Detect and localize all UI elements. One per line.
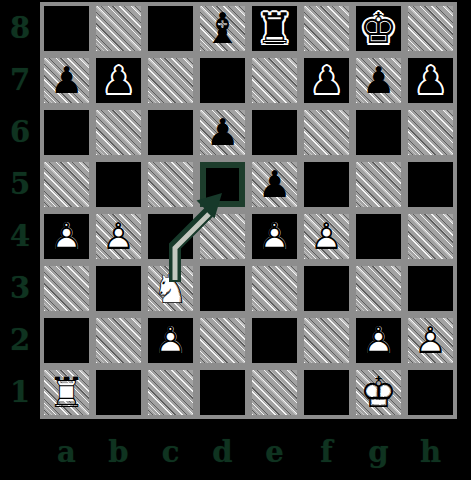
square-f1[interactable] xyxy=(304,370,349,415)
square-h5[interactable] xyxy=(408,162,453,207)
file-labels: abcdefgh xyxy=(40,426,457,478)
square-e7[interactable] xyxy=(252,58,297,103)
file-label-f: f xyxy=(320,438,332,467)
white-pawn: ♟♙ xyxy=(44,214,89,259)
square-g3[interactable] xyxy=(356,266,401,311)
black-king: ♚ xyxy=(356,6,401,51)
black-pawn: ♟ xyxy=(304,58,349,103)
white-pawn: ♟♙ xyxy=(356,318,401,363)
square-a1[interactable]: ♜♖ xyxy=(44,370,89,415)
rank-label-3: 3 xyxy=(10,274,30,303)
square-g8[interactable]: ♚ xyxy=(356,6,401,51)
rank-label-2: 2 xyxy=(10,326,30,355)
square-b7[interactable]: ♟ xyxy=(96,58,141,103)
file-label-e: e xyxy=(265,438,283,467)
square-c3[interactable]: ♞♘ xyxy=(148,266,193,311)
white-pawn: ♟♙ xyxy=(304,214,349,259)
square-e8[interactable]: ♜ xyxy=(252,6,297,51)
square-b5[interactable] xyxy=(96,162,141,207)
square-c1[interactable] xyxy=(148,370,193,415)
square-e4[interactable]: ♟♙ xyxy=(252,214,297,259)
square-h6[interactable] xyxy=(408,110,453,155)
square-b8[interactable] xyxy=(96,6,141,51)
square-a7[interactable]: ♟ xyxy=(44,58,89,103)
black-bishop: ♝ xyxy=(200,6,245,51)
square-g5[interactable] xyxy=(356,162,401,207)
square-c5[interactable] xyxy=(148,162,193,207)
chess-board: ♝♜♚♟♟♟♟♟♟♟♟♙♟♙♟♙♟♙♞♘♟♙♟♙♟♙♜♖♚♔ xyxy=(40,2,457,419)
black-rook: ♜ xyxy=(252,6,297,51)
square-a3[interactable] xyxy=(44,266,89,311)
black-pawn: ♟ xyxy=(44,58,89,103)
square-g4[interactable] xyxy=(356,214,401,259)
square-d8[interactable]: ♝ xyxy=(200,6,245,51)
rank-label-4: 4 xyxy=(10,222,30,251)
square-h8[interactable] xyxy=(408,6,453,51)
square-c8[interactable] xyxy=(148,6,193,51)
rank-labels: 87654321 xyxy=(0,2,40,419)
file-label-h: h xyxy=(420,438,441,467)
square-a6[interactable] xyxy=(44,110,89,155)
square-a8[interactable] xyxy=(44,6,89,51)
file-label-d: d xyxy=(212,438,232,467)
rank-label-1: 1 xyxy=(10,378,30,407)
square-d2[interactable] xyxy=(200,318,245,363)
square-g1[interactable]: ♚♔ xyxy=(356,370,401,415)
square-h1[interactable] xyxy=(408,370,453,415)
rank-label-7: 7 xyxy=(10,66,30,95)
square-f6[interactable] xyxy=(304,110,349,155)
file-label-c: c xyxy=(162,438,180,467)
square-d7[interactable] xyxy=(200,58,245,103)
square-f5[interactable] xyxy=(304,162,349,207)
square-h2[interactable]: ♟♙ xyxy=(408,318,453,363)
square-h3[interactable] xyxy=(408,266,453,311)
square-b2[interactable] xyxy=(96,318,141,363)
white-rook: ♜♖ xyxy=(44,370,89,415)
file-label-g: g xyxy=(368,438,388,467)
black-pawn: ♟ xyxy=(200,110,245,155)
white-king: ♚♔ xyxy=(356,370,401,415)
rank-label-8: 8 xyxy=(10,14,30,43)
file-label-b: b xyxy=(108,438,128,467)
square-b4[interactable]: ♟♙ xyxy=(96,214,141,259)
square-c7[interactable] xyxy=(148,58,193,103)
square-f8[interactable] xyxy=(304,6,349,51)
white-pawn: ♟♙ xyxy=(408,318,453,363)
white-pawn: ♟♙ xyxy=(96,214,141,259)
black-pawn: ♟ xyxy=(252,162,297,207)
white-pawn: ♟♙ xyxy=(252,214,297,259)
black-pawn: ♟ xyxy=(356,58,401,103)
square-h7[interactable]: ♟ xyxy=(408,58,453,103)
square-c2[interactable]: ♟♙ xyxy=(148,318,193,363)
square-d6[interactable]: ♟ xyxy=(200,110,245,155)
square-f4[interactable]: ♟♙ xyxy=(304,214,349,259)
square-e2[interactable] xyxy=(252,318,297,363)
square-e1[interactable] xyxy=(252,370,297,415)
square-d3[interactable] xyxy=(200,266,245,311)
square-h4[interactable] xyxy=(408,214,453,259)
square-d1[interactable] xyxy=(200,370,245,415)
rank-label-6: 6 xyxy=(10,118,30,147)
square-f3[interactable] xyxy=(304,266,349,311)
square-a4[interactable]: ♟♙ xyxy=(44,214,89,259)
square-a5[interactable] xyxy=(44,162,89,207)
file-label-a: a xyxy=(57,438,76,467)
square-g7[interactable]: ♟ xyxy=(356,58,401,103)
square-f7[interactable]: ♟ xyxy=(304,58,349,103)
square-d5[interactable] xyxy=(200,162,245,207)
square-b3[interactable] xyxy=(96,266,141,311)
square-f2[interactable] xyxy=(304,318,349,363)
white-knight: ♞♘ xyxy=(148,266,193,311)
square-c6[interactable] xyxy=(148,110,193,155)
square-g2[interactable]: ♟♙ xyxy=(356,318,401,363)
black-pawn: ♟ xyxy=(408,58,453,103)
square-d4[interactable] xyxy=(200,214,245,259)
square-e6[interactable] xyxy=(252,110,297,155)
square-a2[interactable] xyxy=(44,318,89,363)
square-g6[interactable] xyxy=(356,110,401,155)
square-c4[interactable] xyxy=(148,214,193,259)
black-pawn: ♟ xyxy=(96,58,141,103)
square-b1[interactable] xyxy=(96,370,141,415)
square-b6[interactable] xyxy=(96,110,141,155)
square-e3[interactable] xyxy=(252,266,297,311)
rank-label-5: 5 xyxy=(10,170,30,199)
white-pawn: ♟♙ xyxy=(148,318,193,363)
square-e5[interactable]: ♟ xyxy=(252,162,297,207)
